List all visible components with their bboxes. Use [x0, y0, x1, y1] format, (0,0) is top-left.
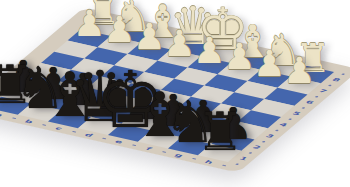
white-pawn-h7[interactable]: ♟ — [281, 11, 317, 85]
border-dot-right — [341, 73, 345, 75]
border-dot-right — [288, 118, 292, 120]
square-h1[interactable]: ♜ — [198, 144, 241, 162]
scene: ♜♞♝♛♚♝♞♜♟♟♟♟♟♟♟♟♟♟♟♟♟♟♟♟♜♞♝♛♚♝♞♜ abcdefg… — [0, 0, 350, 187]
rank-label-8: 8 — [331, 77, 342, 83]
border-dot-right — [235, 163, 239, 165]
border-dot-right — [314, 96, 318, 98]
rank-label-6: 6 — [304, 99, 315, 105]
rank-label-7: 7 — [317, 88, 328, 94]
board-grid: ♜♞♝♛♚♝♞♜♟♟♟♟♟♟♟♟♟♟♟♟♟♟♟♟♜♞♝♛♚♝♞♜ — [0, 18, 334, 162]
border-dot-right — [301, 107, 305, 109]
rank-label-3: 3 — [264, 133, 275, 139]
border-dot-right — [261, 141, 265, 143]
border-dot-right — [328, 84, 332, 86]
black-rook-h1[interactable]: ♜ — [202, 79, 238, 153]
border-dot-right — [248, 152, 252, 154]
border-dot-bottom — [222, 164, 226, 166]
border-dot-right — [275, 129, 279, 131]
rank-label-4: 4 — [278, 122, 289, 128]
rank-label-5: 5 — [291, 111, 302, 117]
chessboard-mat: ♜♞♝♛♚♝♞♜♟♟♟♟♟♟♟♟♟♟♟♟♟♟♟♟♜♞♝♛♚♝♞♜ abcdefg… — [0, 7, 350, 173]
